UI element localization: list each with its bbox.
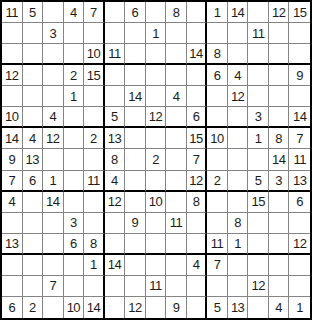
cell-r11c12[interactable]: 8	[228, 213, 249, 234]
cell-r4c8[interactable]	[146, 65, 167, 86]
cell-r11c5[interactable]	[84, 213, 105, 234]
cell-r14c3[interactable]: 7	[43, 276, 64, 297]
sudoku-board: 1154768114121531111011148122156491144121…	[0, 0, 312, 320]
cell-r3c13[interactable]	[248, 44, 269, 65]
cell-r4c3[interactable]	[43, 65, 64, 86]
cell-r15c3[interactable]	[43, 297, 64, 318]
cell-r10c9[interactable]	[166, 192, 187, 213]
cell-r1c2[interactable]: 5	[23, 2, 44, 23]
cell-r12c14[interactable]	[269, 234, 290, 255]
cell-r4c4[interactable]: 2	[64, 65, 85, 86]
cell-r15c9[interactable]: 9	[166, 297, 187, 318]
cell-r1c5[interactable]: 7	[84, 2, 105, 23]
cell-r6c1[interactable]: 10	[2, 107, 23, 128]
cell-r13c7[interactable]	[125, 255, 146, 276]
cell-r11c9[interactable]: 11	[166, 213, 187, 234]
cell-r13c11[interactable]: 7	[207, 255, 228, 276]
cell-r9c5[interactable]: 11	[84, 171, 105, 192]
cell-r5c11[interactable]	[207, 86, 228, 107]
cell-r15c8[interactable]	[146, 297, 167, 318]
cell-r7c6[interactable]: 13	[105, 128, 126, 149]
cell-r9c13[interactable]: 5	[248, 171, 269, 192]
cell-r13c8[interactable]	[146, 255, 167, 276]
cell-r15c15[interactable]: 1	[289, 297, 310, 318]
cell-r3c9[interactable]	[166, 44, 187, 65]
cell-r3c15[interactable]	[289, 44, 310, 65]
cell-r11c4[interactable]: 3	[64, 213, 85, 234]
cell-r14c14[interactable]	[269, 276, 290, 297]
cell-r13c12[interactable]	[228, 255, 249, 276]
cell-r1c13[interactable]	[248, 2, 269, 23]
cell-r12c1[interactable]: 13	[2, 234, 23, 255]
cell-r14c6[interactable]	[105, 276, 126, 297]
cell-r13c13[interactable]	[248, 255, 269, 276]
cell-r7c14[interactable]: 8	[269, 128, 290, 149]
cell-r13c10[interactable]: 4	[187, 255, 208, 276]
cell-r9c2[interactable]: 6	[23, 171, 44, 192]
cell-r2c1[interactable]	[2, 23, 23, 44]
cell-r10c3[interactable]: 14	[43, 192, 64, 213]
cell-r14c4[interactable]	[64, 276, 85, 297]
cell-r8c9[interactable]	[166, 149, 187, 170]
cell-r2c5[interactable]	[84, 23, 105, 44]
cell-r2c15[interactable]	[289, 23, 310, 44]
cell-r9c9[interactable]	[166, 171, 187, 192]
cell-r9c1[interactable]: 7	[2, 171, 23, 192]
cell-r10c11[interactable]	[207, 192, 228, 213]
cell-r14c11[interactable]	[207, 276, 228, 297]
cell-r6c7[interactable]	[125, 107, 146, 128]
cell-r1c10[interactable]	[187, 2, 208, 23]
cell-r15c5[interactable]: 14	[84, 297, 105, 318]
cell-r15c14[interactable]: 4	[269, 297, 290, 318]
cell-r4c10[interactable]	[187, 65, 208, 86]
cell-r1c15[interactable]: 15	[289, 2, 310, 23]
cell-r12c5[interactable]: 8	[84, 234, 105, 255]
cell-r3c8[interactable]	[146, 44, 167, 65]
cell-r2c11[interactable]	[207, 23, 228, 44]
cell-r12c8[interactable]	[146, 234, 167, 255]
cell-r8c10[interactable]: 7	[187, 149, 208, 170]
cell-r3c14[interactable]	[269, 44, 290, 65]
cell-r10c15[interactable]: 6	[289, 192, 310, 213]
cell-r1c14[interactable]: 12	[269, 2, 290, 23]
cell-r14c9[interactable]	[166, 276, 187, 297]
cell-r2c10[interactable]	[187, 23, 208, 44]
cell-r10c1[interactable]: 4	[2, 192, 23, 213]
cell-r12c15[interactable]: 12	[289, 234, 310, 255]
cell-r7c1[interactable]: 14	[2, 128, 23, 149]
cell-r6c3[interactable]: 4	[43, 107, 64, 128]
cell-r3c6[interactable]: 11	[105, 44, 126, 65]
cell-r4c11[interactable]: 6	[207, 65, 228, 86]
cell-r12c10[interactable]	[187, 234, 208, 255]
cell-r5c6[interactable]	[105, 86, 126, 107]
cell-r2c3[interactable]: 3	[43, 23, 64, 44]
cell-r12c6[interactable]	[105, 234, 126, 255]
cell-r8c8[interactable]: 2	[146, 149, 167, 170]
cell-r11c13[interactable]	[248, 213, 269, 234]
cell-r7c8[interactable]	[146, 128, 167, 149]
cell-r4c6[interactable]	[105, 65, 126, 86]
cell-r9c15[interactable]: 13	[289, 171, 310, 192]
cell-r6c11[interactable]	[207, 107, 228, 128]
cell-r5c1[interactable]	[2, 86, 23, 107]
cell-r1c4[interactable]: 4	[64, 2, 85, 23]
cell-r12c12[interactable]: 1	[228, 234, 249, 255]
cell-r5c12[interactable]: 12	[228, 86, 249, 107]
cell-r15c1[interactable]: 6	[2, 297, 23, 318]
cell-r14c2[interactable]	[23, 276, 44, 297]
cell-r7c3[interactable]: 12	[43, 128, 64, 149]
cell-r6c14[interactable]	[269, 107, 290, 128]
cell-r10c13[interactable]: 15	[248, 192, 269, 213]
cell-r5c10[interactable]	[187, 86, 208, 107]
cell-r5c15[interactable]	[289, 86, 310, 107]
cell-r14c15[interactable]	[289, 276, 310, 297]
cell-r1c9[interactable]: 8	[166, 2, 187, 23]
cell-r2c12[interactable]	[228, 23, 249, 44]
cell-r13c14[interactable]	[269, 255, 290, 276]
cell-r11c2[interactable]	[23, 213, 44, 234]
cell-r8c14[interactable]: 14	[269, 149, 290, 170]
cell-r14c12[interactable]	[228, 276, 249, 297]
cell-r11c10[interactable]	[187, 213, 208, 234]
cell-r3c5[interactable]: 10	[84, 44, 105, 65]
cell-r14c1[interactable]	[2, 276, 23, 297]
cell-r2c4[interactable]	[64, 23, 85, 44]
cell-r10c2[interactable]	[23, 192, 44, 213]
cell-r10c4[interactable]	[64, 192, 85, 213]
cell-r10c14[interactable]	[269, 192, 290, 213]
cell-r11c6[interactable]	[105, 213, 126, 234]
cell-r8c12[interactable]	[228, 149, 249, 170]
cell-r6c4[interactable]	[64, 107, 85, 128]
cell-r7c15[interactable]: 7	[289, 128, 310, 149]
cell-r7c4[interactable]	[64, 128, 85, 149]
cell-r11c11[interactable]	[207, 213, 228, 234]
cell-r4c5[interactable]: 15	[84, 65, 105, 86]
cell-r11c8[interactable]	[146, 213, 167, 234]
cell-r8c3[interactable]	[43, 149, 64, 170]
cell-r4c14[interactable]	[269, 65, 290, 86]
cell-r11c7[interactable]: 9	[125, 213, 146, 234]
cell-r4c7[interactable]	[125, 65, 146, 86]
cell-r10c6[interactable]: 12	[105, 192, 126, 213]
cell-r15c10[interactable]	[187, 297, 208, 318]
cell-r13c2[interactable]	[23, 255, 44, 276]
cell-r2c8[interactable]: 1	[146, 23, 167, 44]
cell-r2c6[interactable]	[105, 23, 126, 44]
cell-r12c4[interactable]: 6	[64, 234, 85, 255]
cell-r9c11[interactable]: 2	[207, 171, 228, 192]
cell-r11c1[interactable]	[2, 213, 23, 234]
cell-r10c10[interactable]: 8	[187, 192, 208, 213]
cell-r7c12[interactable]	[228, 128, 249, 149]
cell-r13c1[interactable]	[2, 255, 23, 276]
cell-r9c6[interactable]: 4	[105, 171, 126, 192]
cell-r8c2[interactable]: 13	[23, 149, 44, 170]
cell-r5c7[interactable]: 14	[125, 86, 146, 107]
cell-r14c7[interactable]	[125, 276, 146, 297]
cell-r5c14[interactable]	[269, 86, 290, 107]
cell-r11c3[interactable]	[43, 213, 64, 234]
cell-r5c3[interactable]	[43, 86, 64, 107]
cell-r9c10[interactable]: 12	[187, 171, 208, 192]
cell-r13c5[interactable]: 1	[84, 255, 105, 276]
cell-r10c5[interactable]	[84, 192, 105, 213]
cell-r8c4[interactable]	[64, 149, 85, 170]
cell-r6c15[interactable]: 14	[289, 107, 310, 128]
cell-r13c15[interactable]	[289, 255, 310, 276]
cell-r4c1[interactable]: 12	[2, 65, 23, 86]
cell-r15c2[interactable]: 2	[23, 297, 44, 318]
cell-r8c5[interactable]	[84, 149, 105, 170]
cell-r9c7[interactable]	[125, 171, 146, 192]
cell-r7c11[interactable]: 10	[207, 128, 228, 149]
cell-r10c7[interactable]	[125, 192, 146, 213]
cell-r3c12[interactable]	[228, 44, 249, 65]
cell-r4c2[interactable]	[23, 65, 44, 86]
cell-r14c5[interactable]	[84, 276, 105, 297]
cell-r15c13[interactable]	[248, 297, 269, 318]
cell-r1c8[interactable]	[146, 2, 167, 23]
cell-r13c4[interactable]	[64, 255, 85, 276]
cell-r2c9[interactable]	[166, 23, 187, 44]
cell-r12c7[interactable]	[125, 234, 146, 255]
cell-r15c7[interactable]: 12	[125, 297, 146, 318]
cell-r6c9[interactable]	[166, 107, 187, 128]
cell-r6c10[interactable]: 6	[187, 107, 208, 128]
cell-r6c2[interactable]	[23, 107, 44, 128]
cell-r8c1[interactable]: 9	[2, 149, 23, 170]
cell-r3c7[interactable]	[125, 44, 146, 65]
cell-r8c15[interactable]: 11	[289, 149, 310, 170]
cell-r1c11[interactable]: 1	[207, 2, 228, 23]
cell-r10c12[interactable]	[228, 192, 249, 213]
cell-r8c7[interactable]	[125, 149, 146, 170]
cell-r5c8[interactable]	[146, 86, 167, 107]
cell-r6c13[interactable]: 3	[248, 107, 269, 128]
cell-r12c9[interactable]	[166, 234, 187, 255]
cell-r3c10[interactable]: 14	[187, 44, 208, 65]
cell-r15c4[interactable]: 10	[64, 297, 85, 318]
cell-r13c6[interactable]: 14	[105, 255, 126, 276]
cell-r4c15[interactable]: 9	[289, 65, 310, 86]
cell-r8c11[interactable]	[207, 149, 228, 170]
cell-r15c6[interactable]	[105, 297, 126, 318]
cell-r10c8[interactable]: 10	[146, 192, 167, 213]
cell-r9c4[interactable]	[64, 171, 85, 192]
cell-r7c10[interactable]: 15	[187, 128, 208, 149]
cell-r9c12[interactable]	[228, 171, 249, 192]
cell-r3c11[interactable]: 8	[207, 44, 228, 65]
cell-r1c1[interactable]: 11	[2, 2, 23, 23]
cell-r6c8[interactable]: 12	[146, 107, 167, 128]
cell-r9c8[interactable]	[146, 171, 167, 192]
cell-r3c1[interactable]	[2, 44, 23, 65]
cell-r9c14[interactable]: 3	[269, 171, 290, 192]
cell-r1c3[interactable]	[43, 2, 64, 23]
cell-r14c10[interactable]	[187, 276, 208, 297]
cell-r7c2[interactable]: 4	[23, 128, 44, 149]
cell-r12c3[interactable]	[43, 234, 64, 255]
cell-r8c13[interactable]	[248, 149, 269, 170]
cell-r2c2[interactable]	[23, 23, 44, 44]
cell-r4c13[interactable]	[248, 65, 269, 86]
cell-r7c9[interactable]	[166, 128, 187, 149]
cell-r4c9[interactable]	[166, 65, 187, 86]
cell-r11c14[interactable]	[269, 213, 290, 234]
cell-r7c13[interactable]: 1	[248, 128, 269, 149]
cell-r5c4[interactable]: 1	[64, 86, 85, 107]
cell-r9c3[interactable]: 1	[43, 171, 64, 192]
cell-r14c8[interactable]: 11	[146, 276, 167, 297]
cell-r11c15[interactable]	[289, 213, 310, 234]
cell-r13c3[interactable]	[43, 255, 64, 276]
cell-r12c11[interactable]: 11	[207, 234, 228, 255]
cell-r1c6[interactable]	[105, 2, 126, 23]
cell-r6c5[interactable]	[84, 107, 105, 128]
cell-r8c6[interactable]: 8	[105, 149, 126, 170]
cell-r3c4[interactable]	[64, 44, 85, 65]
cell-r7c5[interactable]: 2	[84, 128, 105, 149]
cell-r5c9[interactable]: 4	[166, 86, 187, 107]
cell-r5c13[interactable]	[248, 86, 269, 107]
cell-r15c12[interactable]: 13	[228, 297, 249, 318]
cell-r5c5[interactable]	[84, 86, 105, 107]
cell-r3c2[interactable]	[23, 44, 44, 65]
cell-r1c12[interactable]: 14	[228, 2, 249, 23]
cell-r6c6[interactable]: 5	[105, 107, 126, 128]
cell-r12c2[interactable]	[23, 234, 44, 255]
cell-r13c9[interactable]	[166, 255, 187, 276]
cell-r1c7[interactable]: 6	[125, 2, 146, 23]
cell-r6c12[interactable]	[228, 107, 249, 128]
cell-r3c3[interactable]	[43, 44, 64, 65]
cell-r4c12[interactable]: 4	[228, 65, 249, 86]
cell-r2c13[interactable]: 11	[248, 23, 269, 44]
cell-r15c11[interactable]: 5	[207, 297, 228, 318]
cell-r5c2[interactable]	[23, 86, 44, 107]
cell-r12c13[interactable]	[248, 234, 269, 255]
cell-r7c7[interactable]	[125, 128, 146, 149]
cell-r14c13[interactable]: 12	[248, 276, 269, 297]
cell-r2c14[interactable]	[269, 23, 290, 44]
cell-r2c7[interactable]	[125, 23, 146, 44]
